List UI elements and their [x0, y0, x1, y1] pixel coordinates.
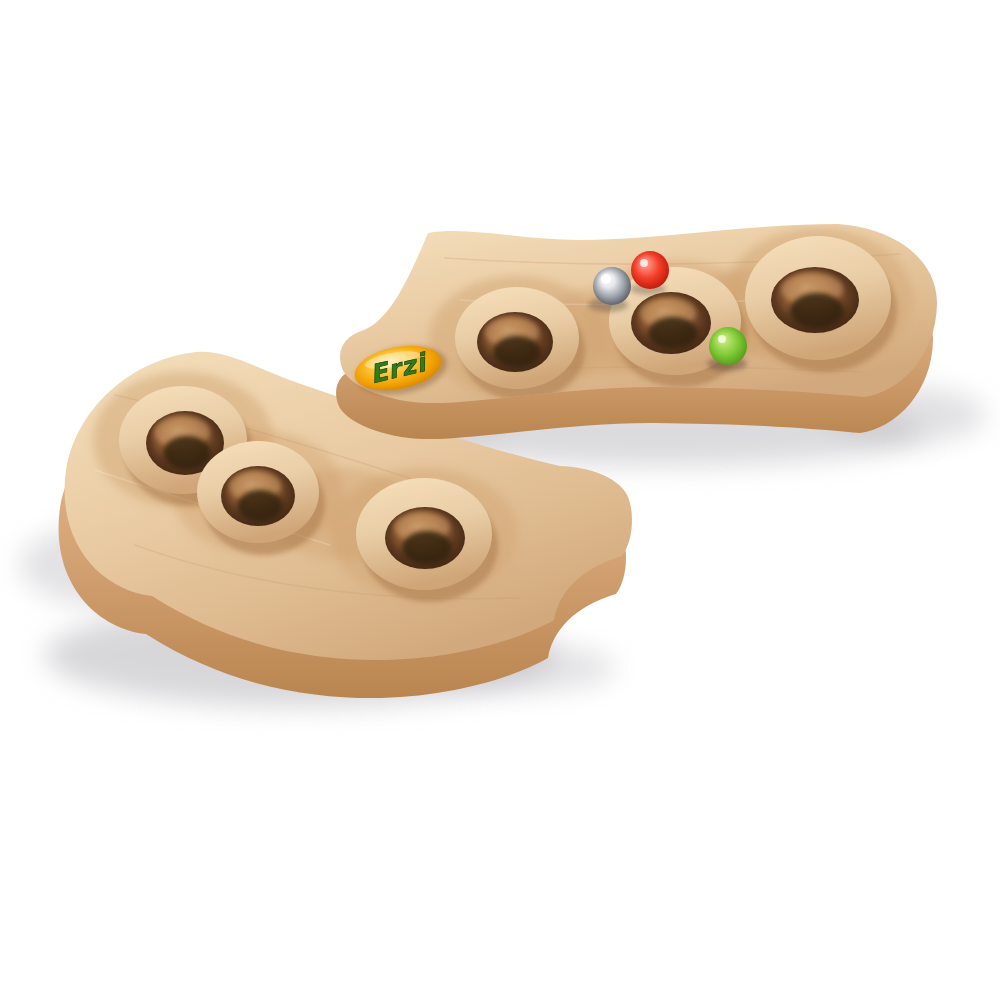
bottom-half-pit-3-hotspot[interactable] [368, 486, 472, 579]
red-marble-highlight [640, 259, 648, 267]
bottom-half-pit-1-hotspot[interactable] [118, 397, 222, 490]
top-half-pit-3-hotspot[interactable] [768, 271, 861, 348]
top-half-pit-1-hotspot[interactable] [470, 302, 563, 379]
product-photo-scene: Erzi [0, 0, 1000, 1000]
bottom-half-pit-2-hotspot[interactable] [243, 442, 347, 535]
top-half-pit-2-hotspot[interactable] [619, 287, 712, 364]
